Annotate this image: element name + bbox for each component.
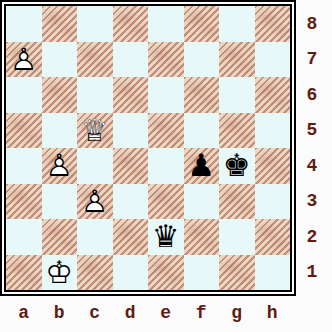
square-f6[interactable] (184, 77, 220, 113)
square-g4[interactable]: ♚ (219, 148, 255, 184)
square-a5[interactable] (6, 113, 42, 149)
square-b6[interactable] (42, 77, 78, 113)
white-pawn-fill: ♟ (42, 148, 78, 184)
square-h5[interactable] (255, 113, 291, 149)
rank-label-4: 4 (296, 148, 328, 184)
square-b2[interactable] (42, 219, 78, 255)
square-a3[interactable] (6, 184, 42, 220)
rank-label-3: 3 (296, 184, 328, 220)
rank-label-7: 7 (296, 42, 328, 78)
file-label-h: h (255, 299, 291, 327)
square-f3[interactable] (184, 184, 220, 220)
file-label-g: g (219, 299, 255, 327)
black-queen-piece[interactable]: ♛ (148, 219, 184, 255)
square-b5[interactable] (42, 113, 78, 149)
square-d8[interactable] (113, 6, 149, 42)
white-pawn-piece[interactable]: ♙ (42, 148, 78, 184)
rank-label-8: 8 (296, 6, 328, 42)
square-h2[interactable] (255, 219, 291, 255)
square-a1[interactable] (6, 255, 42, 291)
file-label-c: c (77, 299, 113, 327)
white-pawn-fill: ♟ (77, 184, 113, 220)
white-king-fill: ♚ (42, 255, 78, 291)
square-c4[interactable] (77, 148, 113, 184)
square-g8[interactable] (219, 6, 255, 42)
square-c2[interactable] (77, 219, 113, 255)
square-g3[interactable] (219, 184, 255, 220)
square-d1[interactable] (113, 255, 149, 291)
square-c6[interactable] (77, 77, 113, 113)
square-e8[interactable] (148, 6, 184, 42)
rank-label-5: 5 (296, 113, 328, 149)
square-c3[interactable]: ♟♙ (77, 184, 113, 220)
square-f7[interactable] (184, 42, 220, 78)
square-b3[interactable] (42, 184, 78, 220)
board-inner-frame: ♟♙♛♕♟♙♟♚♟♙♛♚♔ (4, 4, 292, 292)
square-h4[interactable] (255, 148, 291, 184)
square-h6[interactable] (255, 77, 291, 113)
square-g6[interactable] (219, 77, 255, 113)
black-pawn-piece[interactable]: ♟ (184, 148, 220, 184)
square-e7[interactable] (148, 42, 184, 78)
square-g2[interactable] (219, 219, 255, 255)
square-h8[interactable] (255, 6, 291, 42)
square-a2[interactable] (6, 219, 42, 255)
square-e4[interactable] (148, 148, 184, 184)
white-pawn-piece[interactable]: ♙ (6, 42, 42, 78)
square-h3[interactable] (255, 184, 291, 220)
file-label-b: b (42, 299, 78, 327)
square-e5[interactable] (148, 113, 184, 149)
square-h7[interactable] (255, 42, 291, 78)
square-e6[interactable] (148, 77, 184, 113)
square-d7[interactable] (113, 42, 149, 78)
square-f5[interactable] (184, 113, 220, 149)
rank-label-6: 6 (296, 77, 328, 113)
square-b8[interactable] (42, 6, 78, 42)
square-g5[interactable] (219, 113, 255, 149)
square-a6[interactable] (6, 77, 42, 113)
square-f4[interactable]: ♟ (184, 148, 220, 184)
rank-labels: 87654321 (296, 6, 328, 290)
square-d3[interactable] (113, 184, 149, 220)
file-label-a: a (6, 299, 42, 327)
square-f2[interactable] (184, 219, 220, 255)
square-d5[interactable] (113, 113, 149, 149)
square-d4[interactable] (113, 148, 149, 184)
square-f8[interactable] (184, 6, 220, 42)
square-c8[interactable] (77, 6, 113, 42)
rank-label-1: 1 (296, 255, 328, 291)
square-e2[interactable]: ♛ (148, 219, 184, 255)
square-c1[interactable] (77, 255, 113, 291)
square-b4[interactable]: ♟♙ (42, 148, 78, 184)
square-d6[interactable] (113, 77, 149, 113)
square-c7[interactable] (77, 42, 113, 78)
square-h1[interactable] (255, 255, 291, 291)
black-king-piece[interactable]: ♚ (219, 148, 255, 184)
square-c5[interactable]: ♛♕ (77, 113, 113, 149)
square-g1[interactable] (219, 255, 255, 291)
square-f1[interactable] (184, 255, 220, 291)
file-label-e: e (148, 299, 184, 327)
white-king-piece[interactable]: ♔ (42, 255, 78, 291)
square-a8[interactable] (6, 6, 42, 42)
chess-diagram: ♟♙♛♕♟♙♟♚♟♙♛♚♔ 87654321 abcdefgh (0, 0, 332, 332)
square-b7[interactable] (42, 42, 78, 78)
white-queen-fill: ♛ (77, 113, 113, 149)
file-labels: abcdefgh (6, 299, 290, 327)
chess-board: ♟♙♛♕♟♙♟♚♟♙♛♚♔ (6, 6, 290, 290)
rank-label-2: 2 (296, 219, 328, 255)
square-d2[interactable] (113, 219, 149, 255)
white-pawn-fill: ♟ (6, 42, 42, 78)
white-pawn-piece[interactable]: ♙ (77, 184, 113, 220)
square-e3[interactable] (148, 184, 184, 220)
file-label-d: d (113, 299, 149, 327)
white-queen-piece[interactable]: ♕ (77, 113, 113, 149)
file-label-f: f (184, 299, 220, 327)
square-b1[interactable]: ♚♔ (42, 255, 78, 291)
board-frame: ♟♙♛♕♟♙♟♚♟♙♛♚♔ (0, 0, 296, 296)
square-a7[interactable]: ♟♙ (6, 42, 42, 78)
square-e1[interactable] (148, 255, 184, 291)
square-a4[interactable] (6, 148, 42, 184)
square-g7[interactable] (219, 42, 255, 78)
